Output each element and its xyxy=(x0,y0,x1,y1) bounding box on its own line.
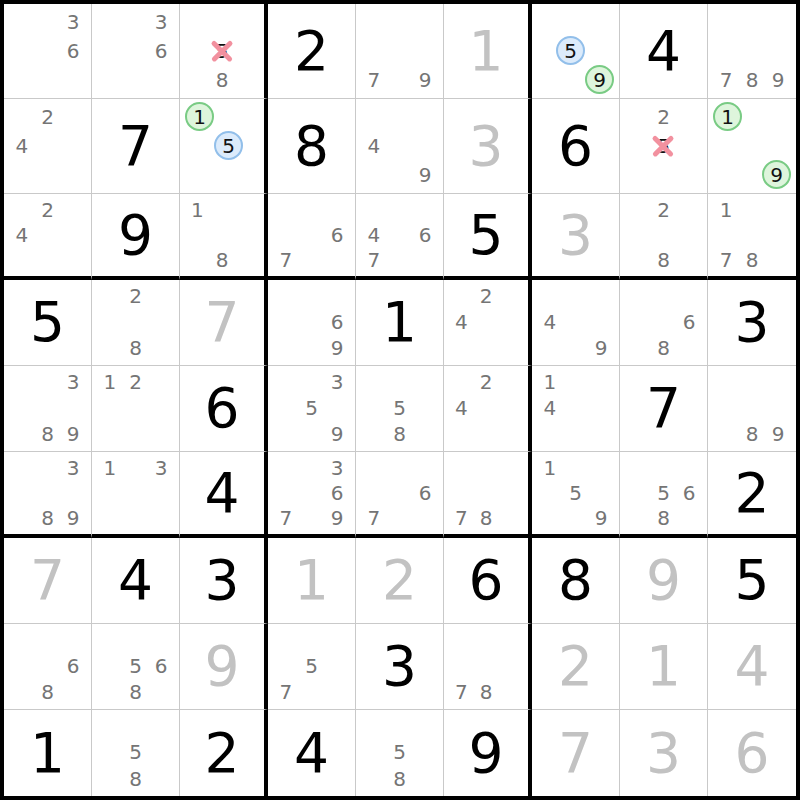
cell-r4c2[interactable]: 28 xyxy=(92,280,180,366)
solved-digit: 2 xyxy=(294,24,329,79)
candidate-digit: 9 xyxy=(60,505,86,530)
candidate-digit: 9 xyxy=(412,160,438,189)
cell-r1c5[interactable]: 79 xyxy=(356,4,444,99)
candidate-digit: 1 xyxy=(185,197,210,222)
candidate-digit: 1 xyxy=(97,369,123,395)
cell-r9c3[interactable]: 2 xyxy=(180,710,268,796)
cell-r3c1[interactable]: 24 xyxy=(4,194,92,280)
cell-r9c1[interactable]: 1 xyxy=(4,710,92,796)
cell-r5c7[interactable]: 14 xyxy=(532,366,620,452)
candidate-green-circle: 9 xyxy=(762,160,791,189)
candidate-digit: 3 xyxy=(60,369,86,395)
candidate-digit: 8 xyxy=(123,766,149,792)
pencil-marks: 789 xyxy=(708,4,796,98)
cell-r7c3[interactable]: 3 xyxy=(180,538,268,624)
candidate-digit: 2 xyxy=(474,369,499,395)
cell-r1c8[interactable]: 4 xyxy=(620,4,708,99)
pencil-marks: 24 xyxy=(4,194,91,276)
candidate-digit: 7 xyxy=(713,247,739,272)
solved-digit: 3 xyxy=(382,639,417,694)
placed-digit: 7 xyxy=(558,726,593,781)
candidate-digit: 3 xyxy=(324,455,350,480)
cell-r1c7[interactable]: 59 xyxy=(532,4,620,99)
cell-r6c8[interactable]: 568 xyxy=(620,452,708,538)
pencil-marks: 68 xyxy=(620,280,707,365)
placed-digit: 7 xyxy=(205,295,240,350)
candidate-digit: 1 xyxy=(537,455,563,480)
candidate-digit: 8 xyxy=(651,247,677,272)
cell-r5c9[interactable]: 89 xyxy=(708,366,796,452)
candidate-digit: 2 xyxy=(35,197,61,222)
candidate-digit: 6 xyxy=(676,480,702,505)
candidate-eliminated-cross: 5 xyxy=(651,131,677,160)
cell-r4c3[interactable]: 7 xyxy=(180,280,268,366)
candidate-digit: 5 xyxy=(651,480,677,505)
candidate-digit: 9 xyxy=(324,505,350,530)
pencil-marks: 79 xyxy=(356,4,443,98)
solved-digit: 3 xyxy=(735,295,770,350)
solved-digit: 7 xyxy=(646,381,681,436)
cell-r3c6[interactable]: 5 xyxy=(444,194,532,280)
candidate-green-circle: 9 xyxy=(585,65,614,94)
solved-digit: 6 xyxy=(205,381,240,436)
pencil-marks: 58 xyxy=(356,366,443,451)
cell-r2c1[interactable]: 24 xyxy=(4,99,92,194)
candidate-digit: 8 xyxy=(123,679,149,705)
cell-r7c7[interactable]: 8 xyxy=(532,538,620,624)
cell-r4c4[interactable]: 69 xyxy=(268,280,356,366)
candidate-digit: 7 xyxy=(449,679,474,705)
solved-digit: 5 xyxy=(30,295,65,350)
cell-r4c8[interactable]: 68 xyxy=(620,280,708,366)
cell-r5c5[interactable]: 58 xyxy=(356,366,444,452)
pencil-marks: 178 xyxy=(708,194,796,276)
pencil-marks: 24 xyxy=(444,280,528,365)
cell-r9c8[interactable]: 3 xyxy=(620,710,708,796)
candidate-digit: 9 xyxy=(324,421,350,447)
candidate-digit: 4 xyxy=(9,222,35,247)
cell-r2c7[interactable]: 6 xyxy=(532,99,620,194)
placed-digit: 4 xyxy=(735,639,770,694)
placed-digit: 2 xyxy=(558,639,593,694)
cell-r9c5[interactable]: 58 xyxy=(356,710,444,796)
cell-r9c2[interactable]: 58 xyxy=(92,710,180,796)
pencil-marks: 67 xyxy=(268,194,355,276)
cell-r5c2[interactable]: 12 xyxy=(92,366,180,452)
placed-digit: 9 xyxy=(646,553,681,608)
pencil-marks: 24 xyxy=(444,366,528,451)
cell-r9c4[interactable]: 4 xyxy=(268,710,356,796)
cell-r4c7[interactable]: 49 xyxy=(532,280,620,366)
cell-r8c8[interactable]: 1 xyxy=(620,624,708,710)
cell-r9c9[interactable]: 6 xyxy=(708,710,796,796)
sudoku-board: 3636582791594789247158493625192491867467… xyxy=(0,0,800,800)
pencil-marks: 78 xyxy=(444,452,528,534)
solved-digit: 5 xyxy=(469,208,504,263)
pencil-marks: 58 xyxy=(92,710,179,796)
placed-digit: 6 xyxy=(735,726,770,781)
candidate-digit: 5 xyxy=(387,395,413,421)
solved-digit: 2 xyxy=(205,726,240,781)
candidate-digit: 7 xyxy=(361,505,387,530)
candidate-digit: 8 xyxy=(123,335,149,361)
candidate-digit: 6 xyxy=(324,309,350,335)
candidate-digit: 5 xyxy=(299,395,325,421)
pencil-marks: 36 xyxy=(4,4,91,98)
cell-r2c2[interactable]: 7 xyxy=(92,99,180,194)
candidate-digit: 1 xyxy=(713,197,739,222)
solved-digit: 4 xyxy=(294,726,329,781)
candidate-blue-circle: 5 xyxy=(556,36,585,65)
solved-digit: 8 xyxy=(558,553,593,608)
candidate-digit: 7 xyxy=(449,505,474,530)
candidate-digit: 9 xyxy=(588,505,614,530)
candidate-digit: 7 xyxy=(273,679,299,705)
candidate-digit: 9 xyxy=(324,335,350,361)
candidate-digit: 2 xyxy=(123,283,149,309)
candidate-digit: 1 xyxy=(537,369,563,395)
pencil-marks: 67 xyxy=(356,452,443,534)
cell-r1c1[interactable]: 36 xyxy=(4,4,92,99)
solved-digit: 4 xyxy=(118,553,153,608)
pencil-marks: 57 xyxy=(268,624,355,709)
placed-digit: 7 xyxy=(30,553,65,608)
candidate-digit: 9 xyxy=(588,335,614,361)
cell-r3c5[interactable]: 467 xyxy=(356,194,444,280)
pencil-marks: 59 xyxy=(532,4,619,98)
cell-r1c4[interactable]: 2 xyxy=(268,4,356,99)
candidate-digit: 3 xyxy=(60,455,86,480)
candidate-digit: 8 xyxy=(35,505,61,530)
cell-r4c5[interactable]: 1 xyxy=(356,280,444,366)
pencil-marks: 36 xyxy=(92,4,179,98)
candidate-digit: 7 xyxy=(361,65,387,94)
placed-digit: 1 xyxy=(294,553,329,608)
cell-r8c5[interactable]: 3 xyxy=(356,624,444,710)
candidate-digit: 9 xyxy=(765,65,791,94)
candidate-digit: 2 xyxy=(474,283,499,309)
cell-r8c2[interactable]: 568 xyxy=(92,624,180,710)
cell-r5c1[interactable]: 389 xyxy=(4,366,92,452)
candidate-digit: 2 xyxy=(35,102,61,131)
candidate-digit: 8 xyxy=(387,766,413,792)
candidate-digit: 4 xyxy=(537,309,563,335)
candidate-digit: 7 xyxy=(273,247,299,272)
candidate-green-circle: 1 xyxy=(185,102,214,131)
pencil-marks: 12 xyxy=(92,366,179,451)
candidate-digit: 2 xyxy=(123,369,149,395)
cell-r2c8[interactable]: 25 xyxy=(620,99,708,194)
pencil-marks: 3679 xyxy=(268,452,355,534)
cell-r6c9[interactable]: 2 xyxy=(708,452,796,538)
cell-r8c4[interactable]: 57 xyxy=(268,624,356,710)
cell-r6c5[interactable]: 67 xyxy=(356,452,444,538)
cell-r9c6[interactable]: 9 xyxy=(444,710,532,796)
candidate-digit: 6 xyxy=(148,653,174,679)
cell-r7c1[interactable]: 7 xyxy=(4,538,92,624)
cell-r7c8[interactable]: 9 xyxy=(620,538,708,624)
candidate-digit: 3 xyxy=(148,7,174,36)
pencil-marks: 68 xyxy=(4,624,91,709)
pencil-marks: 568 xyxy=(92,624,179,709)
pencil-marks: 49 xyxy=(532,280,619,365)
candidate-digit: 7 xyxy=(273,505,299,530)
cell-r6c4[interactable]: 3679 xyxy=(268,452,356,538)
candidate-digit: 8 xyxy=(651,335,677,361)
cell-r3c7[interactable]: 3 xyxy=(532,194,620,280)
pencil-marks: 25 xyxy=(620,99,707,193)
candidate-digit: 2 xyxy=(651,197,677,222)
solved-digit: 8 xyxy=(294,119,329,174)
candidate-digit: 2 xyxy=(651,102,677,131)
cell-r5c4[interactable]: 359 xyxy=(268,366,356,452)
cell-r3c9[interactable]: 178 xyxy=(708,194,796,280)
solved-digit: 3 xyxy=(205,553,240,608)
cell-r7c6[interactable]: 6 xyxy=(444,538,532,624)
cell-r1c2[interactable]: 36 xyxy=(92,4,180,99)
cell-r1c9[interactable]: 789 xyxy=(708,4,796,99)
candidate-digit: 4 xyxy=(449,309,474,335)
placed-digit: 3 xyxy=(558,208,593,263)
cell-r3c3[interactable]: 18 xyxy=(180,194,268,280)
candidate-blue-circle: 5 xyxy=(214,131,243,160)
candidate-digit: 8 xyxy=(651,505,677,530)
candidate-digit: 6 xyxy=(324,222,350,247)
cell-r8c3[interactable]: 9 xyxy=(180,624,268,710)
candidate-digit: 9 xyxy=(765,421,791,447)
candidate-digit: 7 xyxy=(361,247,387,272)
placed-digit: 1 xyxy=(469,24,504,79)
placed-digit: 3 xyxy=(469,119,504,174)
cell-r1c3[interactable]: 58 xyxy=(180,4,268,99)
pencil-marks: 28 xyxy=(92,280,179,365)
candidate-digit: 4 xyxy=(9,131,35,160)
cell-r6c2[interactable]: 13 xyxy=(92,452,180,538)
placed-digit: 3 xyxy=(646,726,681,781)
candidate-digit: 6 xyxy=(676,309,702,335)
pencil-marks: 389 xyxy=(4,452,91,534)
cell-r5c8[interactable]: 7 xyxy=(620,366,708,452)
cell-r9c7[interactable]: 7 xyxy=(532,710,620,796)
solved-digit: 2 xyxy=(735,466,770,521)
pencil-marks: 24 xyxy=(4,99,91,193)
candidate-digit: 5 xyxy=(563,480,589,505)
pencil-marks: 89 xyxy=(708,366,796,451)
pencil-marks: 69 xyxy=(268,280,355,365)
cell-r5c6[interactable]: 24 xyxy=(444,366,532,452)
pencil-marks: 389 xyxy=(4,366,91,451)
candidate-digit: 6 xyxy=(148,36,174,65)
cell-r7c4[interactable]: 1 xyxy=(268,538,356,624)
cell-r2c3[interactable]: 15 xyxy=(180,99,268,194)
cell-r7c9[interactable]: 5 xyxy=(708,538,796,624)
candidate-digit: 8 xyxy=(739,421,765,447)
cell-r6c7[interactable]: 159 xyxy=(532,452,620,538)
candidate-digit: 3 xyxy=(324,369,350,395)
cell-r7c2[interactable]: 4 xyxy=(92,538,180,624)
candidate-digit: 8 xyxy=(35,421,61,447)
candidate-digit: 5 xyxy=(387,739,413,765)
candidate-digit: 9 xyxy=(60,421,86,447)
candidate-digit: 8 xyxy=(35,679,61,705)
cell-r8c9[interactable]: 4 xyxy=(708,624,796,710)
pencil-marks: 78 xyxy=(444,624,528,709)
pencil-marks: 13 xyxy=(92,452,179,534)
candidate-digit: 4 xyxy=(361,222,387,247)
cell-r3c2[interactable]: 9 xyxy=(92,194,180,280)
cell-r2c6[interactable]: 3 xyxy=(444,99,532,194)
candidate-digit: 3 xyxy=(60,7,86,36)
cell-r8c7[interactable]: 2 xyxy=(532,624,620,710)
candidate-digit: 8 xyxy=(210,247,235,272)
pencil-marks: 28 xyxy=(620,194,707,276)
solved-digit: 6 xyxy=(469,553,504,608)
pencil-marks: 359 xyxy=(268,366,355,451)
candidate-digit: 1 xyxy=(97,455,123,480)
candidate-digit: 8 xyxy=(739,247,765,272)
cell-r2c4[interactable]: 8 xyxy=(268,99,356,194)
cell-r6c6[interactable]: 78 xyxy=(444,452,532,538)
candidate-digit: 5 xyxy=(123,653,149,679)
solved-digit: 1 xyxy=(382,295,417,350)
solved-digit: 9 xyxy=(469,726,504,781)
cell-r5c3[interactable]: 6 xyxy=(180,366,268,452)
candidate-digit: 6 xyxy=(412,222,438,247)
solved-digit: 4 xyxy=(646,24,681,79)
pencil-marks: 15 xyxy=(180,99,264,193)
cell-r4c6[interactable]: 24 xyxy=(444,280,532,366)
cell-r2c5[interactable]: 49 xyxy=(356,99,444,194)
solved-digit: 6 xyxy=(558,119,593,174)
cell-r7c5[interactable]: 2 xyxy=(356,538,444,624)
pencil-marks: 58 xyxy=(180,4,264,98)
candidate-digit: 4 xyxy=(449,395,474,421)
candidate-digit: 8 xyxy=(739,65,765,94)
pencil-marks: 49 xyxy=(356,99,443,193)
cell-r8c6[interactable]: 78 xyxy=(444,624,532,710)
candidate-digit: 6 xyxy=(324,480,350,505)
pencil-marks: 568 xyxy=(620,452,707,534)
solved-digit: 5 xyxy=(735,553,770,608)
pencil-marks: 58 xyxy=(356,710,443,796)
cell-r8c1[interactable]: 68 xyxy=(4,624,92,710)
candidate-green-circle: 1 xyxy=(713,102,742,131)
cell-r2c9[interactable]: 19 xyxy=(708,99,796,194)
candidate-digit: 8 xyxy=(387,421,413,447)
pencil-marks: 19 xyxy=(708,99,796,193)
cell-r1c6[interactable]: 1 xyxy=(444,4,532,99)
cell-r4c1[interactable]: 5 xyxy=(4,280,92,366)
solved-digit: 7 xyxy=(118,119,153,174)
pencil-marks: 467 xyxy=(356,194,443,276)
solved-digit: 1 xyxy=(30,726,65,781)
candidate-digit: 4 xyxy=(537,395,563,421)
pencil-marks: 159 xyxy=(532,452,619,534)
solved-digit: 4 xyxy=(205,466,240,521)
cell-r6c1[interactable]: 389 xyxy=(4,452,92,538)
pencil-marks: 18 xyxy=(180,194,264,276)
cell-r3c8[interactable]: 28 xyxy=(620,194,708,280)
pencil-marks: 14 xyxy=(532,366,619,451)
cell-r4c9[interactable]: 3 xyxy=(708,280,796,366)
candidate-digit: 8 xyxy=(210,65,235,94)
candidate-digit: 6 xyxy=(60,653,86,679)
candidate-eliminated-cross: 5 xyxy=(210,36,235,65)
placed-digit: 1 xyxy=(646,639,681,694)
candidate-digit: 7 xyxy=(713,65,739,94)
candidate-digit: 5 xyxy=(299,653,325,679)
candidate-digit: 4 xyxy=(361,131,387,160)
candidate-digit: 6 xyxy=(412,480,438,505)
candidate-digit: 8 xyxy=(474,505,499,530)
placed-digit: 2 xyxy=(382,553,417,608)
candidate-digit: 5 xyxy=(123,739,149,765)
cell-r6c3[interactable]: 4 xyxy=(180,452,268,538)
candidate-digit: 6 xyxy=(60,36,86,65)
placed-digit: 9 xyxy=(205,639,240,694)
cell-r3c4[interactable]: 67 xyxy=(268,194,356,280)
candidate-digit: 9 xyxy=(412,65,438,94)
candidate-digit: 8 xyxy=(474,679,499,705)
solved-digit: 9 xyxy=(118,208,153,263)
candidate-digit: 3 xyxy=(148,455,174,480)
